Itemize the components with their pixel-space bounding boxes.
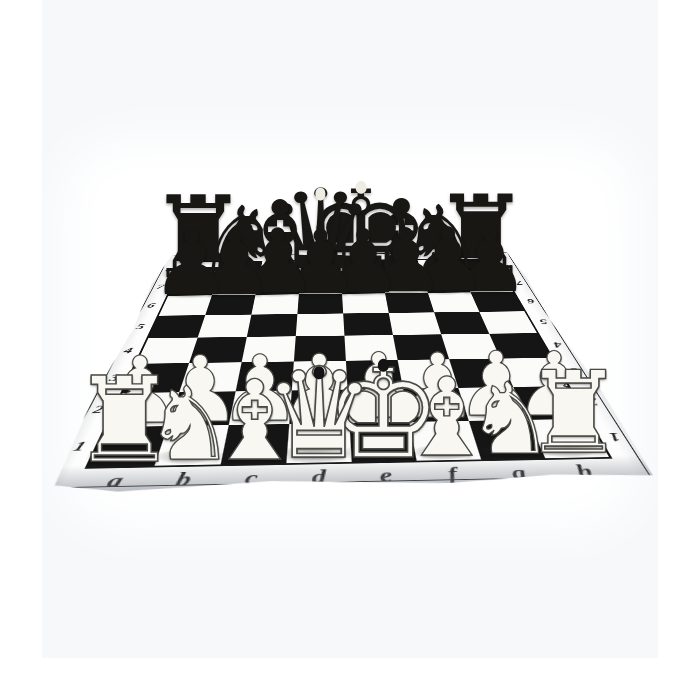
black-finial [314,367,325,380]
black-pawn-glyph: ♟ [151,219,231,308]
black-finial [378,359,389,372]
white-rook-glyph: ♜ [72,362,178,480]
pieces-layer: ♜♞♝♚♛♝♞♜♟♟♟♟♟♟♟♟♟♟♟♟♟♟♟♟♜♞♝♚♛♝♞♜ [0,0,700,700]
chess-set-photo: aabbccddeeffgghh8877665544332211 ♜♞♝♚♛♝♞… [0,0,700,700]
piece-black-pawn-a7: ♟ [151,219,231,308]
piece-white-rook-a1: ♜ [72,362,178,480]
